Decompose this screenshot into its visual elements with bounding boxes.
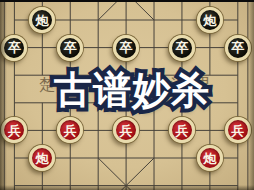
black-soldier-piece[interactable]: 卒 xyxy=(57,35,83,61)
piece-glyph: 兵 xyxy=(231,123,244,136)
piece-glyph: 炮 xyxy=(36,151,49,164)
edge-shade-left xyxy=(0,0,7,190)
piece-glyph: 卒 xyxy=(120,41,133,54)
black-soldier-piece[interactable]: 卒 xyxy=(113,35,139,61)
red-cannon-piece[interactable]: 炮 xyxy=(197,145,223,171)
black-soldier-piece[interactable]: 卒 xyxy=(225,35,251,61)
piece-glyph: 兵 xyxy=(175,123,188,136)
piece-glyph: 卒 xyxy=(8,41,21,54)
piece-glyph: 兵 xyxy=(8,123,21,136)
black-cannon-piece[interactable]: 炮 xyxy=(197,7,223,33)
river-label-chu-he: 楚河 xyxy=(39,77,89,94)
xiangqi-board: 楚河 汉界 炮炮卒卒卒卒卒兵兵兵兵炮炮兵 古谱妙杀 xyxy=(0,0,254,190)
piece-glyph: 卒 xyxy=(64,41,77,54)
piece-glyph: 炮 xyxy=(203,13,216,26)
piece-glyph: 兵 xyxy=(64,123,77,136)
top-letterbox-bar xyxy=(0,0,254,2)
edge-shade-bottom xyxy=(0,185,254,190)
river-label-han-jie: 汉界 xyxy=(170,77,220,94)
edge-shade-right xyxy=(248,0,254,190)
red-soldier-piece[interactable]: 兵 xyxy=(225,117,251,143)
piece-glyph: 炮 xyxy=(203,151,216,164)
piece-glyph: 炮 xyxy=(36,13,49,26)
piece-glyph: 兵 xyxy=(120,123,133,136)
black-soldier-piece[interactable]: 卒 xyxy=(169,35,195,61)
piece-glyph: 卒 xyxy=(231,41,244,54)
piece-glyph: 卒 xyxy=(175,41,188,54)
